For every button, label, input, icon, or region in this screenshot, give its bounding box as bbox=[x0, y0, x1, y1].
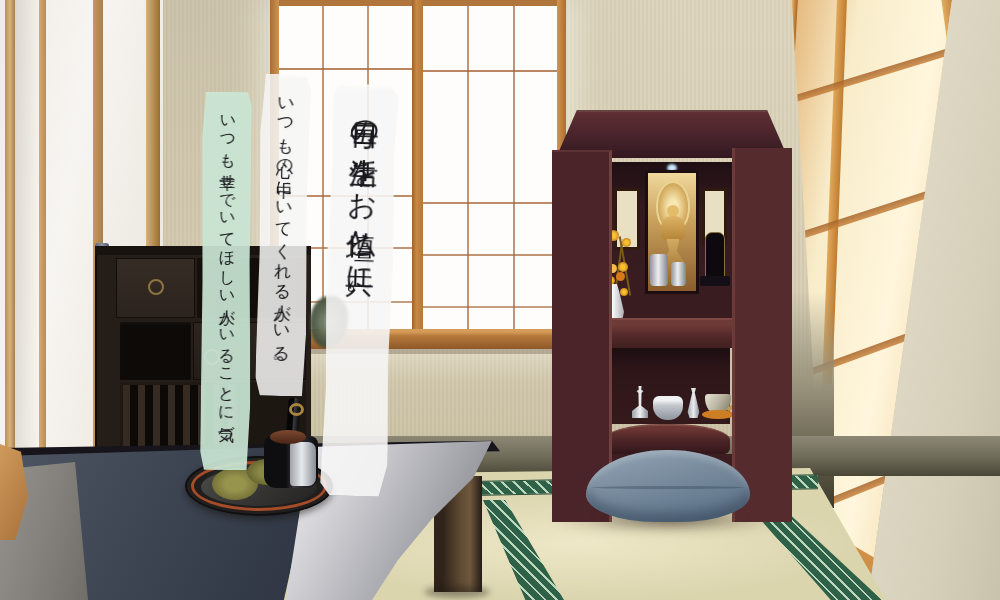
buddha-statue-body bbox=[661, 216, 685, 240]
teapot bbox=[264, 430, 318, 488]
silver-canister-small bbox=[671, 262, 686, 286]
tansu-drawer-top bbox=[116, 258, 195, 318]
shoji-window bbox=[270, 0, 566, 349]
tansu-open-shelf bbox=[120, 322, 191, 380]
orange-flower bbox=[616, 272, 625, 281]
teapot-silver-band bbox=[290, 442, 316, 486]
window-center-stile bbox=[412, 0, 423, 349]
caption-sub1: いつも心の中にいてくれる人がいる。 bbox=[257, 86, 310, 373]
shoji-crossbar bbox=[786, 46, 956, 104]
golden-bloom bbox=[620, 288, 628, 296]
caption-main: 毎日の生活をお仏壇と共に。 bbox=[326, 97, 399, 313]
offering-stand bbox=[642, 294, 666, 320]
orin-cushion bbox=[702, 410, 734, 419]
silver-canister bbox=[650, 254, 668, 286]
golden-bloom bbox=[618, 262, 628, 272]
text-strip-sub1: いつも心の中にいてくれる人がいる。 bbox=[255, 74, 311, 397]
memorial-tablet bbox=[705, 232, 725, 280]
room-photo: いつも幸せでいてほしい人がいることに気づく。 いつも心の中にいてくれる人がいる。… bbox=[0, 0, 1000, 600]
memorial-tablet-base bbox=[700, 276, 730, 286]
teapot-lid bbox=[270, 430, 306, 444]
golden-bloom bbox=[622, 238, 631, 247]
teapot-brass-ring bbox=[289, 403, 304, 416]
window-rail-shadow bbox=[270, 349, 566, 354]
offering-stand bbox=[672, 290, 696, 316]
tansu-ring-pull bbox=[148, 279, 164, 295]
text-strip-sub2: いつも幸せでいてほしい人がいることに気づく。 bbox=[200, 92, 252, 470]
shoji-window-panel-right bbox=[423, 6, 557, 331]
altar-slide-shelf bbox=[596, 318, 736, 348]
table-leg-shadow bbox=[424, 586, 490, 598]
